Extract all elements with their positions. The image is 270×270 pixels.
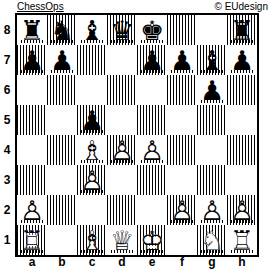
file-label-g: g (197, 255, 227, 269)
square-d6[interactable] (107, 75, 137, 105)
piece-base-hatch (81, 40, 103, 43)
square-h4[interactable] (227, 135, 257, 165)
square-e1[interactable]: ♚♔ (137, 225, 167, 255)
rank-labels: 87654321 (0, 15, 14, 255)
square-c2[interactable] (77, 195, 107, 225)
square-a3[interactable] (17, 165, 47, 195)
square-a5[interactable] (17, 105, 47, 135)
square-b8[interactable]: ♞ (47, 15, 77, 45)
rank-label-4: 4 (0, 135, 14, 165)
square-g1[interactable]: ♞♘ (197, 225, 227, 255)
square-g8[interactable] (197, 15, 227, 45)
square-d4[interactable]: ♟♙ (107, 135, 137, 165)
piece-base-hatch (201, 70, 223, 73)
piece-base-hatch (141, 40, 163, 43)
square-e6[interactable] (137, 75, 167, 105)
square-e7[interactable]: ♟ (137, 45, 167, 75)
square-g7[interactable]: ♝ (197, 45, 227, 75)
square-g4[interactable] (197, 135, 227, 165)
square-f5[interactable] (167, 105, 197, 135)
piece-base-hatch (81, 130, 103, 133)
file-label-b: b (47, 255, 77, 269)
square-b3[interactable] (47, 165, 77, 195)
square-c7[interactable] (77, 45, 107, 75)
piece-base-hatch (141, 160, 163, 163)
square-g6[interactable]: ♟ (197, 75, 227, 105)
square-d3[interactable] (107, 165, 137, 195)
piece-base-hatch (201, 250, 223, 253)
square-h7[interactable]: ♟ (227, 45, 257, 75)
square-d7[interactable] (107, 45, 137, 75)
square-f2[interactable]: ♟♙ (167, 195, 197, 225)
square-b5[interactable] (47, 105, 77, 135)
square-c4[interactable]: ♝♗ (77, 135, 107, 165)
piece-base-hatch (21, 40, 43, 43)
square-f8[interactable] (167, 15, 197, 45)
piece-base-hatch (81, 160, 103, 163)
rank-label-3: 3 (0, 165, 14, 195)
square-a8[interactable]: ♜ (17, 15, 47, 45)
piece-base-hatch (111, 40, 133, 43)
square-a1[interactable]: ♜♖ (17, 225, 47, 255)
square-h3[interactable] (227, 165, 257, 195)
piece-base-hatch (21, 70, 43, 73)
square-f1[interactable] (167, 225, 197, 255)
square-g3[interactable] (197, 165, 227, 195)
square-e2[interactable] (137, 195, 167, 225)
square-e8[interactable]: ♚ (137, 15, 167, 45)
piece-base-hatch (111, 250, 133, 253)
square-a6[interactable] (17, 75, 47, 105)
square-g5[interactable] (197, 105, 227, 135)
square-h1[interactable]: ♜♖ (227, 225, 257, 255)
square-g2[interactable]: ♟♙ (197, 195, 227, 225)
piece-base-hatch (231, 70, 253, 73)
square-h6[interactable] (227, 75, 257, 105)
rank-label-6: 6 (0, 75, 14, 105)
square-h2[interactable]: ♟♙ (227, 195, 257, 225)
square-d1[interactable]: ♛♕ (107, 225, 137, 255)
piece-base-hatch (231, 40, 253, 43)
piece-base-hatch (171, 220, 193, 223)
piece-base-hatch (51, 70, 73, 73)
piece-base-hatch (201, 220, 223, 223)
square-b6[interactable] (47, 75, 77, 105)
square-a2[interactable]: ♟♙ (17, 195, 47, 225)
square-d8[interactable]: ♛ (107, 15, 137, 45)
piece-base-hatch (81, 250, 103, 253)
square-d2[interactable] (107, 195, 137, 225)
square-b2[interactable] (47, 195, 77, 225)
square-f6[interactable] (167, 75, 197, 105)
square-f4[interactable] (167, 135, 197, 165)
square-b1[interactable] (47, 225, 77, 255)
square-c6[interactable] (77, 75, 107, 105)
piece-base-hatch (51, 40, 73, 43)
board: ♜♞♝♛♚♜♟♟♟♟♝♟♟♟♝♗♟♙♟♙♟♙♟♙♟♙♟♙♟♙♜♖♝♗♛♕♚♔♞♘… (15, 13, 259, 257)
piece-base-hatch (21, 250, 43, 253)
square-c1[interactable]: ♝♗ (77, 225, 107, 255)
rank-label-1: 1 (0, 225, 14, 255)
square-h8[interactable]: ♜ (227, 15, 257, 45)
square-f3[interactable] (167, 165, 197, 195)
file-label-c: c (77, 255, 107, 269)
square-e3[interactable] (137, 165, 167, 195)
credit-text: © EUdesign (214, 1, 268, 12)
rank-label-5: 5 (0, 105, 14, 135)
rank-label-2: 2 (0, 195, 14, 225)
square-e5[interactable] (137, 105, 167, 135)
square-a7[interactable]: ♟ (17, 45, 47, 75)
square-a4[interactable] (17, 135, 47, 165)
piece-base-hatch (81, 190, 103, 193)
square-c5[interactable]: ♟ (77, 105, 107, 135)
square-e4[interactable]: ♟♙ (137, 135, 167, 165)
square-h5[interactable] (227, 105, 257, 135)
square-b7[interactable]: ♟ (47, 45, 77, 75)
piece-base-hatch (21, 220, 43, 223)
rank-label-8: 8 (0, 15, 14, 45)
piece-base-hatch (141, 70, 163, 73)
square-c8[interactable]: ♝ (77, 15, 107, 45)
piece-base-hatch (201, 100, 223, 103)
rank-label-7: 7 (0, 45, 14, 75)
square-c3[interactable]: ♟♙ (77, 165, 107, 195)
file-label-f: f (167, 255, 197, 269)
app-title: ChessOps (17, 1, 64, 12)
file-label-d: d (107, 255, 137, 269)
file-label-h: h (227, 255, 257, 269)
file-labels: abcdefgh (17, 255, 257, 269)
piece-base-hatch (171, 70, 193, 73)
square-b4[interactable] (47, 135, 77, 165)
piece-base-hatch (141, 250, 163, 253)
square-f7[interactable]: ♟ (167, 45, 197, 75)
piece-base-hatch (231, 250, 253, 253)
file-label-a: a (17, 255, 47, 269)
piece-base-hatch (111, 160, 133, 163)
square-d5[interactable] (107, 105, 137, 135)
piece-base-hatch (231, 220, 253, 223)
file-label-e: e (137, 255, 167, 269)
